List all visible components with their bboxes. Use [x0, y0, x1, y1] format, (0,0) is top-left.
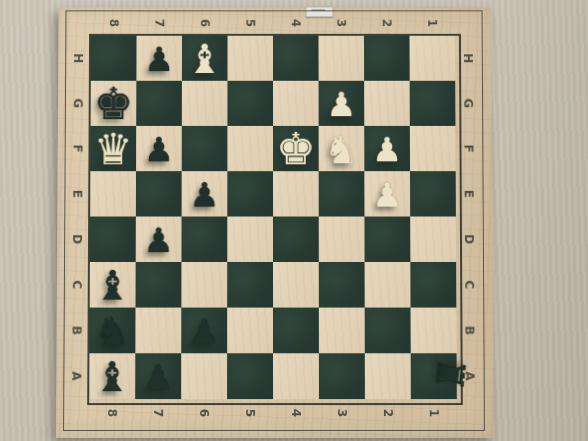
- rank-top-label: 3: [335, 19, 347, 27]
- file-left-label: D: [71, 234, 83, 244]
- rank-bottom-label: 6: [198, 409, 210, 417]
- square-h7[interactable]: ♟: [136, 36, 182, 81]
- file-left: H: [65, 36, 91, 81]
- rank-bottom-label: 4: [290, 409, 302, 417]
- queen-glyph: ♛: [94, 128, 133, 171]
- file-left-label: A: [70, 372, 82, 381]
- file-left-label: F: [72, 144, 84, 152]
- rank-top-label: 2: [381, 19, 393, 27]
- black-bishop-a8[interactable]: ♝: [89, 353, 135, 399]
- square-g8[interactable]: ♚: [91, 81, 137, 126]
- pawn-glyph: ♟: [189, 310, 219, 354]
- pawn-glyph: ♟: [372, 128, 402, 171]
- rank-top: 3: [318, 10, 364, 35]
- file-left: G: [65, 81, 91, 126]
- bishop-glyph: ♝: [94, 264, 131, 308]
- rank-bottom-label: 8: [106, 409, 118, 417]
- black-king-g8[interactable]: ♚: [91, 81, 137, 126]
- square-b8[interactable]: ♞: [89, 308, 135, 354]
- rank-top-label: 7: [153, 19, 165, 27]
- black-bishop-c8[interactable]: ♝: [90, 262, 136, 308]
- rank-bottom-label: 5: [244, 409, 256, 417]
- rank-top: 8: [91, 10, 137, 35]
- king-glyph: ♚: [276, 128, 316, 171]
- white-queen-f8[interactable]: ♛: [90, 126, 136, 171]
- pawn-glyph: ♟: [372, 173, 402, 216]
- pawn-glyph: ♟: [143, 218, 173, 261]
- white-pawn-e2[interactable]: ♟: [364, 171, 410, 216]
- file-left: C: [64, 262, 90, 308]
- square-a8[interactable]: ♝: [89, 353, 135, 399]
- black-knight-b8[interactable]: ♞: [89, 308, 135, 354]
- black-pawn-f7[interactable]: ♟: [136, 126, 182, 171]
- black-rook-a1-fallen[interactable]: ♜: [419, 351, 465, 397]
- file-right-label: B: [463, 326, 475, 335]
- file-left: A: [63, 353, 89, 399]
- white-pawn-g3[interactable]: ♟: [319, 81, 365, 126]
- square-c8[interactable]: ♝: [90, 262, 136, 308]
- pawn-glyph: ♟: [144, 128, 174, 171]
- square-g3[interactable]: ♟: [319, 81, 365, 126]
- rank-bottom-label: 1: [428, 409, 440, 417]
- file-left-label: H: [72, 53, 84, 63]
- rank-top: 5: [228, 10, 273, 35]
- file-left: B: [63, 308, 89, 354]
- black-pawn-b6[interactable]: ♟: [181, 308, 227, 354]
- file-right-label: C: [463, 280, 475, 289]
- file-right-label: E: [463, 190, 475, 198]
- file-right-label: D: [463, 234, 475, 244]
- square-h6[interactable]: ♝: [182, 36, 228, 81]
- square-e2[interactable]: ♟: [364, 171, 410, 216]
- rank-top: 6: [182, 10, 228, 35]
- square-f8[interactable]: ♛: [90, 126, 136, 171]
- pawn-glyph: ♟: [143, 355, 174, 399]
- corner: [63, 399, 89, 427]
- rank-top-label: 4: [290, 19, 302, 27]
- rank-top: 7: [137, 10, 183, 35]
- corner: [65, 10, 91, 35]
- file-left: D: [64, 217, 90, 262]
- chess-board: 87654321H♟♝HG♚♟GF♛♟♚♞♟FE♟♟ED♟DC♝CB♞♟BA♝♟…: [56, 7, 494, 438]
- rank-bottom-label: 3: [336, 409, 348, 417]
- rank-top-label: 5: [244, 19, 256, 27]
- white-pawn-f2[interactable]: ♟: [364, 126, 410, 171]
- knight-glyph: ♞: [94, 310, 130, 354]
- file-left-label: C: [71, 280, 83, 289]
- rank-top: 2: [364, 10, 410, 35]
- square-f3[interactable]: ♞: [319, 126, 365, 171]
- black-pawn-d7[interactable]: ♟: [136, 217, 182, 262]
- rank-top-label: 6: [199, 19, 211, 27]
- file-right-label: F: [462, 144, 474, 152]
- square-a7[interactable]: ♟: [135, 353, 181, 399]
- rank-top-label: 8: [108, 19, 120, 27]
- black-pawn-h7[interactable]: ♟: [136, 36, 182, 81]
- rook-glyph: ♜: [426, 355, 474, 394]
- white-king-f4[interactable]: ♚: [273, 126, 319, 171]
- file-right-label: H: [462, 53, 474, 63]
- square-d7[interactable]: ♟: [136, 217, 182, 262]
- pawn-glyph: ♟: [189, 173, 219, 216]
- file-left: F: [65, 126, 91, 171]
- corner: [455, 10, 481, 35]
- rank-top: 1: [409, 10, 455, 35]
- square-e6[interactable]: ♟: [182, 171, 228, 216]
- table-surface: [478, 0, 588, 441]
- file-right-label: G: [462, 99, 474, 109]
- rank-top: 4: [273, 10, 318, 35]
- square-f7[interactable]: ♟: [136, 126, 182, 171]
- bishop-glyph: ♝: [186, 38, 222, 81]
- white-knight-f3[interactable]: ♞: [319, 126, 365, 171]
- black-pawn-a7[interactable]: ♟: [135, 353, 181, 399]
- square-f2[interactable]: ♟: [364, 126, 410, 171]
- file-left-label: B: [71, 326, 83, 335]
- white-bishop-h6[interactable]: ♝: [182, 36, 228, 81]
- file-left-label: E: [71, 190, 83, 198]
- king-glyph: ♚: [93, 83, 133, 126]
- black-pawn-e6[interactable]: ♟: [182, 171, 228, 216]
- knight-glyph: ♞: [324, 128, 360, 171]
- square-f4[interactable]: ♚: [273, 126, 319, 171]
- file-left-label: G: [72, 99, 84, 109]
- pawn-glyph: ♟: [326, 83, 356, 126]
- pawn-glyph: ♟: [144, 38, 174, 81]
- rank-top-label: 1: [426, 19, 438, 27]
- bishop-glyph: ♝: [94, 355, 131, 399]
- square-b6[interactable]: ♟: [181, 308, 227, 354]
- rank-bottom-label: 2: [382, 409, 394, 417]
- rank-bottom-label: 7: [152, 409, 164, 417]
- file-left: E: [64, 171, 90, 216]
